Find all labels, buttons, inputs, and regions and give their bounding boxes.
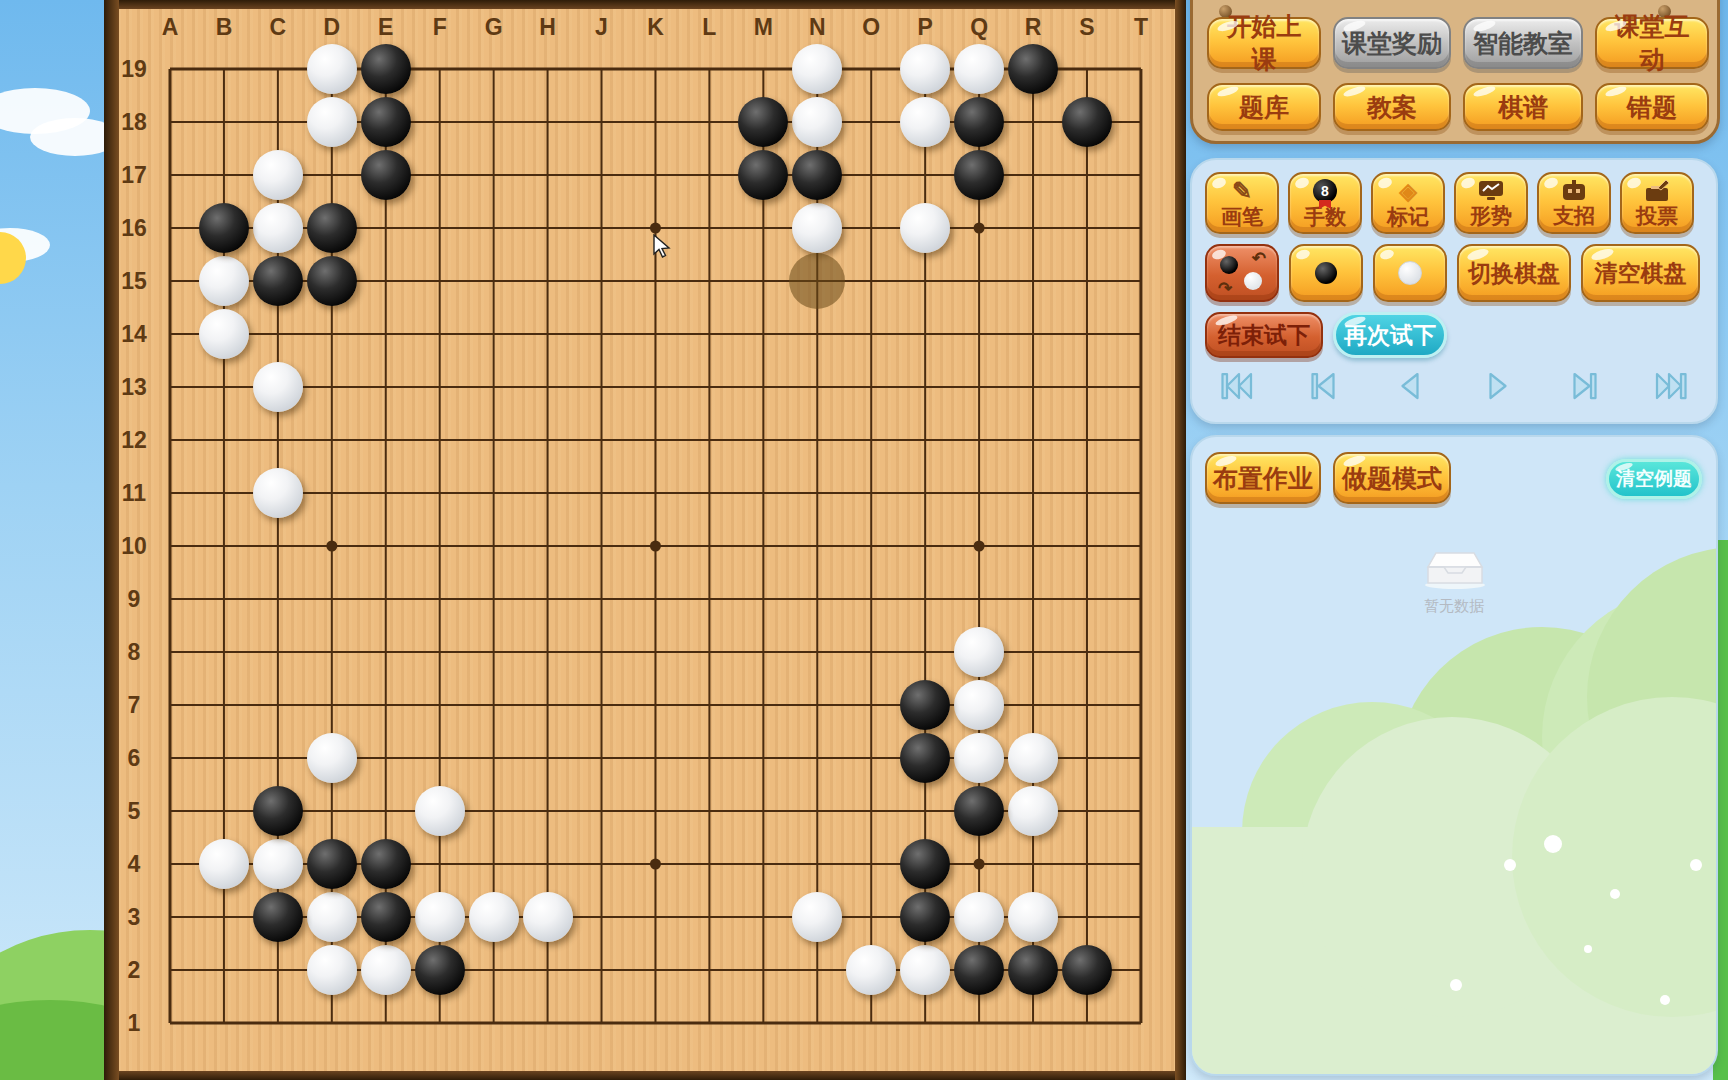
stone-D4 xyxy=(307,839,357,889)
stone-Q7 xyxy=(954,680,1004,730)
skip-to-end-icon[interactable] xyxy=(1654,368,1690,404)
stone-F2 xyxy=(415,945,465,995)
stone-D3 xyxy=(307,892,357,942)
stone-C15 xyxy=(253,256,303,306)
stone-N18 xyxy=(792,97,842,147)
place-black-stone-button[interactable] xyxy=(1289,244,1363,302)
stone-P19 xyxy=(900,44,950,94)
stone-M18 xyxy=(738,97,788,147)
sparkle xyxy=(1544,835,1562,853)
move-count-button[interactable]: 8 手数 xyxy=(1288,172,1362,234)
start-class-button[interactable]: 开始上课 xyxy=(1207,17,1321,69)
stone-C4 xyxy=(253,839,303,889)
stone-D19 xyxy=(307,44,357,94)
mark-label: 标记 xyxy=(1387,206,1429,227)
switch-board-button[interactable]: 切换棋盘 xyxy=(1457,244,1571,302)
stone-E3 xyxy=(361,892,411,942)
black-stone-icon xyxy=(1315,262,1337,284)
stone-P7 xyxy=(900,680,950,730)
place-white-stone-button[interactable] xyxy=(1373,244,1447,302)
stone-N3 xyxy=(792,892,842,942)
assign-homework-button[interactable]: 布置作业 xyxy=(1205,452,1321,504)
stone-E19 xyxy=(361,44,411,94)
brush-icon: ✎ xyxy=(1232,179,1252,203)
stone-P2 xyxy=(900,945,950,995)
mark-icon: ◈ xyxy=(1399,180,1417,203)
stone-C17 xyxy=(253,150,303,200)
practice-mode-button[interactable]: 做题模式 xyxy=(1333,452,1451,504)
move-count-icon: 8 xyxy=(1313,179,1337,203)
stone-O2 xyxy=(846,945,896,995)
hint-robot-icon xyxy=(1561,180,1587,202)
class-reward-button[interactable]: 课堂奖励 xyxy=(1333,17,1451,69)
stone-B4 xyxy=(199,839,249,889)
stone-M17 xyxy=(738,150,788,200)
stone-N16 xyxy=(792,203,842,253)
territory-button[interactable]: 形势 xyxy=(1454,172,1528,234)
stone-R19 xyxy=(1008,44,1058,94)
territory-icon xyxy=(1478,180,1504,202)
mark-button[interactable]: ◈ 标记 xyxy=(1371,172,1445,234)
stone-Q3 xyxy=(954,892,1004,942)
vote-label: 投票 xyxy=(1636,205,1678,226)
sparkle xyxy=(1584,945,1592,953)
stone-D18 xyxy=(307,97,357,147)
question-bank-button[interactable]: 题库 xyxy=(1207,83,1321,131)
stone-P16 xyxy=(900,203,950,253)
end-trial-button[interactable]: 结束试下 xyxy=(1205,312,1323,358)
step-forward-fast-icon[interactable] xyxy=(1567,368,1603,404)
step-back-icon[interactable] xyxy=(1392,368,1428,404)
stone-G3 xyxy=(469,892,519,942)
stone-Q19 xyxy=(954,44,1004,94)
stone-E18 xyxy=(361,97,411,147)
stone-H3 xyxy=(523,892,573,942)
stone-C11 xyxy=(253,468,303,518)
retry-trial-button[interactable]: 再次试下 xyxy=(1333,312,1447,358)
brush-button[interactable]: ✎ 画笔 xyxy=(1205,172,1279,234)
clear-board-button[interactable]: 清空棋盘 xyxy=(1581,244,1700,302)
smart-classroom-button[interactable]: 智能教室 xyxy=(1463,17,1583,69)
stone-R6 xyxy=(1008,733,1058,783)
step-forward-icon[interactable] xyxy=(1480,368,1516,404)
skip-to-start-icon[interactable] xyxy=(1218,368,1254,404)
stone-P6 xyxy=(900,733,950,783)
stone-F5 xyxy=(415,786,465,836)
stone-C13 xyxy=(253,362,303,412)
stone-B14 xyxy=(199,309,249,359)
stone-P18 xyxy=(900,97,950,147)
stone-P3 xyxy=(900,892,950,942)
stone-N19 xyxy=(792,44,842,94)
stone-F3 xyxy=(415,892,465,942)
stone-S18 xyxy=(1062,97,1112,147)
sparkle xyxy=(1450,979,1462,991)
stone-N17 xyxy=(792,150,842,200)
stone-R3 xyxy=(1008,892,1058,942)
sparkle xyxy=(1660,995,1670,1005)
ghost-stone-N15 xyxy=(789,253,845,309)
empty-box-icon xyxy=(1424,537,1486,593)
stone-D6 xyxy=(307,733,357,783)
brush-label: 画笔 xyxy=(1221,206,1263,227)
stone-S2 xyxy=(1062,945,1112,995)
stone-R5 xyxy=(1008,786,1058,836)
step-back-fast-icon[interactable] xyxy=(1305,368,1341,404)
stone-Q6 xyxy=(954,733,1004,783)
white-stone-icon xyxy=(1398,261,1422,285)
sparkle xyxy=(1610,889,1620,899)
homework-card: 暂无数据 布置作业 做题模式 清空例题 xyxy=(1190,435,1718,1076)
empty-state-text: 暂无数据 xyxy=(1192,597,1716,616)
swap-takeback-button[interactable]: ↶↷ xyxy=(1205,244,1279,302)
class-card: 开始上课 课堂奖励 智能教室 课堂互动 题库 教案 棋谱 错题 xyxy=(1190,0,1720,144)
lesson-plan-button[interactable]: 教案 xyxy=(1333,83,1451,131)
stone-Q17 xyxy=(954,150,1004,200)
stone-Q2 xyxy=(954,945,1004,995)
clear-examples-button[interactable]: 清空例题 xyxy=(1606,459,1702,499)
stone-Q5 xyxy=(954,786,1004,836)
stone-C5 xyxy=(253,786,303,836)
stone-C3 xyxy=(253,892,303,942)
stone-Q18 xyxy=(954,97,1004,147)
move-count-label: 手数 xyxy=(1304,206,1346,227)
go-board[interactable]: ABCDEFGHJKLMNOPQRST191817161514131211109… xyxy=(104,0,1186,1080)
hint-label: 支招 xyxy=(1553,205,1595,226)
stone-C16 xyxy=(253,203,303,253)
stone-D2 xyxy=(307,945,357,995)
game-record-button[interactable]: 棋谱 xyxy=(1463,83,1583,131)
stone-E17 xyxy=(361,150,411,200)
stone-E4 xyxy=(361,839,411,889)
stone-B15 xyxy=(199,256,249,306)
vote-icon xyxy=(1644,180,1670,202)
stone-Q8 xyxy=(954,627,1004,677)
sparkle xyxy=(1690,859,1702,871)
sparkle xyxy=(1504,859,1516,871)
stone-P4 xyxy=(900,839,950,889)
class-interaction-button[interactable]: 课堂互动 xyxy=(1595,17,1709,69)
stone-B16 xyxy=(199,203,249,253)
stone-D15 xyxy=(307,256,357,306)
stone-D16 xyxy=(307,203,357,253)
swap-stones-icon: ↶↷ xyxy=(1220,256,1264,290)
tool-card: ✎ 画笔 8 手数 ◈ 标记 形势 支招 xyxy=(1190,158,1718,424)
wrong-questions-button[interactable]: 错题 xyxy=(1595,83,1709,131)
stone-R2 xyxy=(1008,945,1058,995)
stone-E2 xyxy=(361,945,411,995)
vote-button[interactable]: 投票 xyxy=(1620,172,1694,234)
territory-label: 形势 xyxy=(1470,205,1512,226)
mouse-cursor xyxy=(652,234,674,260)
hint-button[interactable]: 支招 xyxy=(1537,172,1611,234)
